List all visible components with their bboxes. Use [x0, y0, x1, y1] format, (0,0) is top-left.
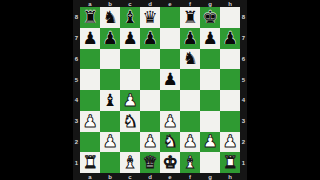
piece-black-knight: ♞: [182, 50, 197, 67]
square-c3[interactable]: ♞: [120, 111, 140, 132]
rank-labels-right: 87654321: [240, 7, 247, 173]
rank-label-7: 7: [73, 28, 80, 49]
square-c6[interactable]: [120, 49, 140, 70]
square-h2[interactable]: ♟: [220, 132, 240, 153]
square-e8[interactable]: [160, 7, 180, 28]
square-h3[interactable]: [220, 111, 240, 132]
piece-white-pawn: ♟: [122, 91, 137, 108]
square-b1[interactable]: [100, 152, 120, 173]
piece-black-knight: ♞: [102, 8, 117, 25]
rank-label-5: 5: [73, 69, 80, 90]
square-f2[interactable]: ♟: [180, 132, 200, 153]
file-label-g: g: [200, 0, 220, 7]
square-f1[interactable]: ♝: [180, 152, 200, 173]
square-c8[interactable]: ♝: [120, 7, 140, 28]
piece-white-pawn: ♟: [222, 133, 237, 150]
square-e5[interactable]: ♟: [160, 69, 180, 90]
square-e3[interactable]: ♟: [160, 111, 180, 132]
piece-black-queen: ♛: [142, 8, 157, 25]
square-a6[interactable]: [80, 49, 100, 70]
piece-white-pawn: ♟: [162, 112, 177, 129]
square-d6[interactable]: [140, 49, 160, 70]
square-a3[interactable]: ♟: [80, 111, 100, 132]
piece-black-pawn: ♟: [142, 29, 157, 46]
square-d4[interactable]: [140, 90, 160, 111]
square-d3[interactable]: [140, 111, 160, 132]
rank-label-3: 3: [240, 111, 247, 132]
square-c2[interactable]: [120, 132, 140, 153]
board-grid: ♜♞♝♛♜♚♟♟♟♟♟♟♟♞♟♝♟♟♞♟♟♟♞♟♟♟♜♝♛♚♝♜: [80, 7, 240, 173]
square-b4[interactable]: ♝: [100, 90, 120, 111]
square-e1[interactable]: ♚: [160, 152, 180, 173]
piece-black-rook: ♜: [82, 8, 97, 25]
piece-white-pawn: ♟: [182, 133, 197, 150]
rank-label-2: 2: [240, 132, 247, 153]
square-g1[interactable]: [200, 152, 220, 173]
square-c7[interactable]: ♟: [120, 28, 140, 49]
rank-labels-left: 87654321: [73, 7, 80, 173]
piece-white-pawn: ♟: [102, 133, 117, 150]
rank-label-6: 6: [240, 49, 247, 70]
file-labels-top: abcdefgh: [80, 0, 240, 7]
square-h4[interactable]: [220, 90, 240, 111]
piece-black-pawn: ♟: [182, 29, 197, 46]
piece-white-knight: ♞: [162, 133, 177, 150]
square-e4[interactable]: [160, 90, 180, 111]
square-a4[interactable]: [80, 90, 100, 111]
square-g7[interactable]: ♟: [200, 28, 220, 49]
piece-white-rook: ♜: [222, 154, 237, 171]
square-d7[interactable]: ♟: [140, 28, 160, 49]
square-a5[interactable]: [80, 69, 100, 90]
square-a7[interactable]: ♟: [80, 28, 100, 49]
file-label-c: c: [120, 0, 140, 7]
square-g3[interactable]: [200, 111, 220, 132]
square-g4[interactable]: [200, 90, 220, 111]
square-c4[interactable]: ♟: [120, 90, 140, 111]
rank-label-1: 1: [240, 152, 247, 173]
square-g5[interactable]: [200, 69, 220, 90]
file-label-e: e: [160, 173, 180, 180]
square-d2[interactable]: ♟: [140, 132, 160, 153]
square-f5[interactable]: [180, 69, 200, 90]
rank-label-3: 3: [73, 111, 80, 132]
piece-white-pawn: ♟: [142, 133, 157, 150]
piece-black-bishop: ♝: [122, 8, 137, 25]
file-label-h: h: [220, 0, 240, 7]
square-g6[interactable]: [200, 49, 220, 70]
piece-black-pawn: ♟: [222, 29, 237, 46]
square-g2[interactable]: ♟: [200, 132, 220, 153]
file-label-e: e: [160, 0, 180, 7]
piece-black-king: ♚: [202, 8, 217, 25]
square-c5[interactable]: [120, 69, 140, 90]
square-b6[interactable]: [100, 49, 120, 70]
square-c1[interactable]: ♝: [120, 152, 140, 173]
rank-label-4: 4: [240, 90, 247, 111]
square-a2[interactable]: [80, 132, 100, 153]
rank-label-5: 5: [240, 69, 247, 90]
rank-label-7: 7: [240, 28, 247, 49]
letterbox-left: [0, 0, 73, 180]
piece-white-queen: ♛: [142, 154, 157, 171]
square-d8[interactable]: ♛: [140, 7, 160, 28]
square-f6[interactable]: ♞: [180, 49, 200, 70]
rank-label-2: 2: [73, 132, 80, 153]
file-label-c: c: [120, 173, 140, 180]
square-f8[interactable]: ♜: [180, 7, 200, 28]
square-e7[interactable]: [160, 28, 180, 49]
rank-label-6: 6: [73, 49, 80, 70]
piece-black-pawn: ♟: [122, 29, 137, 46]
square-d1[interactable]: ♛: [140, 152, 160, 173]
square-b7[interactable]: ♟: [100, 28, 120, 49]
square-d5[interactable]: [140, 69, 160, 90]
square-b3[interactable]: [100, 111, 120, 132]
piece-white-bishop: ♝: [182, 154, 197, 171]
square-g8[interactable]: ♚: [200, 7, 220, 28]
file-label-d: d: [140, 0, 160, 7]
square-b2[interactable]: ♟: [100, 132, 120, 153]
square-e2[interactable]: ♞: [160, 132, 180, 153]
file-label-f: f: [180, 173, 200, 180]
square-a8[interactable]: ♜: [80, 7, 100, 28]
piece-black-pawn: ♟: [102, 29, 117, 46]
screenshot-stage: abcdefgh abcdefgh 87654321 87654321 ♜♞♝♛…: [0, 0, 320, 180]
square-h5[interactable]: [220, 69, 240, 90]
square-f7[interactable]: ♟: [180, 28, 200, 49]
square-f4[interactable]: [180, 90, 200, 111]
file-label-a: a: [80, 0, 100, 7]
piece-white-king: ♚: [162, 154, 177, 171]
square-f3[interactable]: [180, 111, 200, 132]
piece-black-pawn: ♟: [202, 29, 217, 46]
rank-label-4: 4: [73, 90, 80, 111]
piece-white-knight: ♞: [122, 112, 137, 129]
file-label-f: f: [180, 0, 200, 7]
square-b5[interactable]: [100, 69, 120, 90]
letterbox-right: [247, 0, 320, 180]
square-h7[interactable]: ♟: [220, 28, 240, 49]
rank-label-1: 1: [73, 152, 80, 173]
rank-label-8: 8: [240, 7, 247, 28]
square-h1[interactable]: ♜: [220, 152, 240, 173]
file-labels-bottom: abcdefgh: [80, 173, 240, 180]
square-h8[interactable]: [220, 7, 240, 28]
rank-label-8: 8: [73, 7, 80, 28]
piece-black-bishop: ♝: [102, 91, 117, 108]
square-b8[interactable]: ♞: [100, 7, 120, 28]
square-a1[interactable]: ♜: [80, 152, 100, 173]
file-label-b: b: [100, 0, 120, 7]
file-label-b: b: [100, 173, 120, 180]
piece-black-pawn: ♟: [162, 71, 177, 88]
piece-white-bishop: ♝: [122, 154, 137, 171]
piece-white-rook: ♜: [82, 154, 97, 171]
file-label-h: h: [220, 173, 240, 180]
file-label-d: d: [140, 173, 160, 180]
piece-white-pawn: ♟: [82, 112, 97, 129]
square-e6[interactable]: [160, 49, 180, 70]
file-label-g: g: [200, 173, 220, 180]
piece-white-pawn: ♟: [202, 133, 217, 150]
piece-black-pawn: ♟: [82, 29, 97, 46]
square-h6[interactable]: [220, 49, 240, 70]
chess-board: abcdefgh abcdefgh 87654321 87654321 ♜♞♝♛…: [73, 0, 247, 180]
piece-black-rook: ♜: [182, 8, 197, 25]
file-label-a: a: [80, 173, 100, 180]
